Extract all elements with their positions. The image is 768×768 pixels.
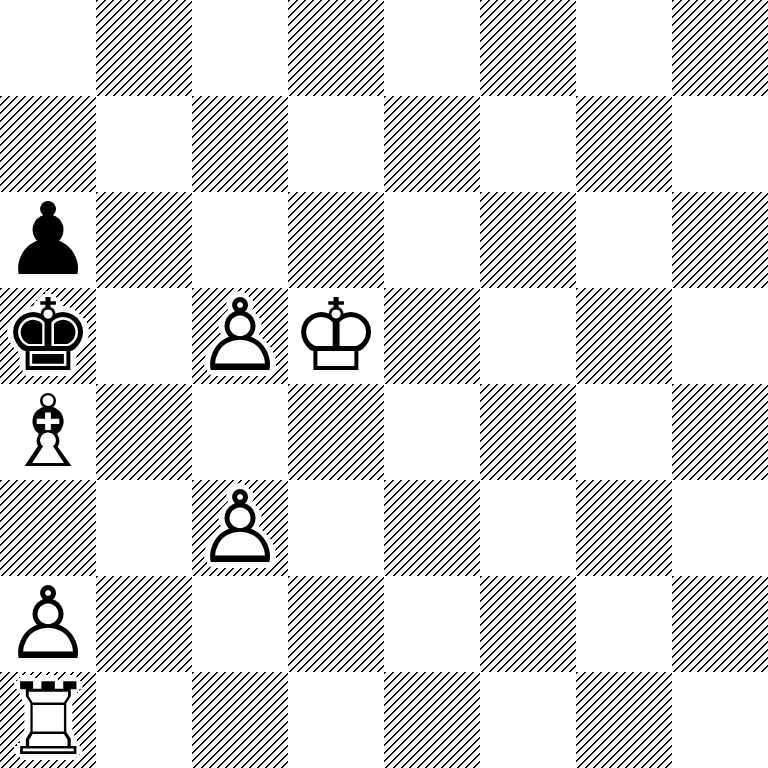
square-h3[interactable] (672, 480, 768, 576)
square-g5[interactable] (576, 288, 672, 384)
square-d8[interactable] (288, 0, 384, 96)
piece-outline-layer: ♙ (3, 576, 93, 672)
square-h5[interactable] (672, 288, 768, 384)
white-pawn: ♟♙ (195, 288, 285, 384)
white-rook: ♜♖ (3, 672, 93, 768)
square-h8[interactable] (672, 0, 768, 96)
square-f7[interactable] (480, 96, 576, 192)
square-c5[interactable]: ♟♙ (192, 288, 288, 384)
square-d1[interactable] (288, 672, 384, 768)
square-c2[interactable] (192, 576, 288, 672)
piece-outline-layer: ♔ (291, 288, 381, 384)
square-a7[interactable] (0, 96, 96, 192)
piece-outline-layer: ♙ (195, 480, 285, 576)
chess-board: ♟♚♟♙♚♔♝♗♟♙♟♙♜♖ (0, 0, 768, 768)
square-f5[interactable] (480, 288, 576, 384)
square-e1[interactable] (384, 672, 480, 768)
square-d2[interactable] (288, 576, 384, 672)
white-pawn: ♟♙ (195, 480, 285, 576)
piece-glyph: ♚ (3, 288, 93, 384)
piece-outline-layer: ♙ (195, 288, 285, 384)
square-e7[interactable] (384, 96, 480, 192)
square-e8[interactable] (384, 0, 480, 96)
black-pawn: ♟ (3, 192, 93, 288)
square-h2[interactable] (672, 576, 768, 672)
square-e4[interactable] (384, 384, 480, 480)
piece-glyph: ♟ (3, 192, 93, 288)
square-f4[interactable] (480, 384, 576, 480)
square-f6[interactable] (480, 192, 576, 288)
square-g2[interactable] (576, 576, 672, 672)
piece-outline-layer: ♗ (3, 384, 93, 480)
square-a4[interactable]: ♝♗ (0, 384, 96, 480)
square-a5[interactable]: ♚ (0, 288, 96, 384)
square-b8[interactable] (96, 0, 192, 96)
square-b5[interactable] (96, 288, 192, 384)
white-pawn: ♟♙ (3, 576, 93, 672)
square-c8[interactable] (192, 0, 288, 96)
square-f8[interactable] (480, 0, 576, 96)
square-f2[interactable] (480, 576, 576, 672)
square-f3[interactable] (480, 480, 576, 576)
square-b6[interactable] (96, 192, 192, 288)
square-h7[interactable] (672, 96, 768, 192)
square-a3[interactable] (0, 480, 96, 576)
square-b7[interactable] (96, 96, 192, 192)
square-h6[interactable] (672, 192, 768, 288)
square-c4[interactable] (192, 384, 288, 480)
square-d4[interactable] (288, 384, 384, 480)
square-g4[interactable] (576, 384, 672, 480)
square-c3[interactable]: ♟♙ (192, 480, 288, 576)
square-a8[interactable] (0, 0, 96, 96)
square-h1[interactable] (672, 672, 768, 768)
square-a1[interactable]: ♜♖ (0, 672, 96, 768)
square-a2[interactable]: ♟♙ (0, 576, 96, 672)
square-e2[interactable] (384, 576, 480, 672)
square-e6[interactable] (384, 192, 480, 288)
square-e3[interactable] (384, 480, 480, 576)
square-c7[interactable] (192, 96, 288, 192)
square-f1[interactable] (480, 672, 576, 768)
white-bishop: ♝♗ (3, 384, 93, 480)
square-d3[interactable] (288, 480, 384, 576)
square-g6[interactable] (576, 192, 672, 288)
piece-outline-layer: ♖ (3, 672, 93, 768)
square-g3[interactable] (576, 480, 672, 576)
square-g1[interactable] (576, 672, 672, 768)
square-c6[interactable] (192, 192, 288, 288)
square-b1[interactable] (96, 672, 192, 768)
square-g8[interactable] (576, 0, 672, 96)
square-g7[interactable] (576, 96, 672, 192)
square-d5[interactable]: ♚♔ (288, 288, 384, 384)
square-c1[interactable] (192, 672, 288, 768)
square-a6[interactable]: ♟ (0, 192, 96, 288)
square-b3[interactable] (96, 480, 192, 576)
square-h4[interactable] (672, 384, 768, 480)
square-d6[interactable] (288, 192, 384, 288)
square-b4[interactable] (96, 384, 192, 480)
square-b2[interactable] (96, 576, 192, 672)
square-e5[interactable] (384, 288, 480, 384)
white-king: ♚♔ (291, 288, 381, 384)
black-king: ♚ (3, 288, 93, 384)
square-d7[interactable] (288, 96, 384, 192)
